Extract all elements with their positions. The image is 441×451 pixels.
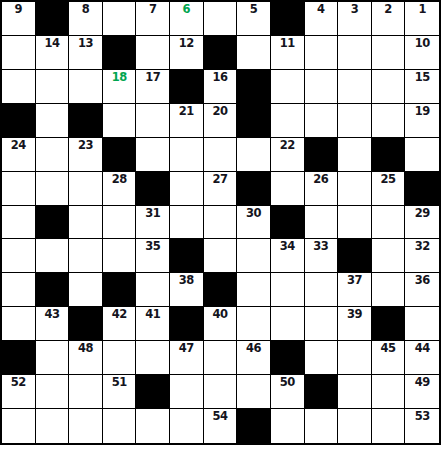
clue-number-39: 39 xyxy=(338,308,371,321)
cell-r7c1[interactable] xyxy=(2,206,36,240)
cell-r7c8[interactable]: 30 xyxy=(237,206,271,240)
cell-r10c4[interactable]: 42 xyxy=(103,307,137,341)
clue-number-11: 11 xyxy=(271,37,304,50)
clue-number-52: 52 xyxy=(2,376,35,389)
cell-r13c1[interactable] xyxy=(2,409,36,443)
cell-r8c5[interactable]: 35 xyxy=(136,239,170,273)
cell-r12c11[interactable] xyxy=(338,375,372,409)
cell-r1c5[interactable]: 7 xyxy=(136,2,170,36)
clue-number-42: 42 xyxy=(103,308,136,321)
cell-r3c8-black xyxy=(237,70,271,104)
cell-r13c9[interactable] xyxy=(271,409,305,443)
cell-r3c12[interactable] xyxy=(372,70,406,104)
cell-r5c8[interactable] xyxy=(237,138,271,172)
cell-r1c13[interactable]: 1 xyxy=(405,2,439,36)
cell-r6c6[interactable] xyxy=(170,172,204,206)
cell-r3c7[interactable]: 16 xyxy=(204,70,238,104)
cell-r7c13[interactable]: 29 xyxy=(405,206,439,240)
clue-number-13: 13 xyxy=(69,37,102,50)
cell-r7c7[interactable] xyxy=(204,206,238,240)
clue-number-32: 32 xyxy=(405,240,439,253)
cell-r9c9[interactable] xyxy=(271,273,305,307)
cell-r6c1[interactable] xyxy=(2,172,36,206)
clue-number-29: 29 xyxy=(405,207,439,220)
cell-r9c11[interactable]: 37 xyxy=(338,273,372,307)
clue-number-6: 6 xyxy=(170,3,203,16)
cell-r12c2[interactable] xyxy=(36,375,70,409)
cell-r11c10[interactable] xyxy=(305,341,339,375)
cell-r10c7[interactable]: 40 xyxy=(204,307,238,341)
cell-r7c5[interactable]: 31 xyxy=(136,206,170,240)
cell-r2c4-black xyxy=(103,36,137,70)
cell-r6c3[interactable] xyxy=(69,172,103,206)
cell-r5c4-black xyxy=(103,138,137,172)
cell-r11c5[interactable] xyxy=(136,341,170,375)
cell-r1c7[interactable] xyxy=(204,2,238,36)
clue-number-24: 24 xyxy=(2,139,35,152)
cell-r10c1[interactable] xyxy=(2,307,36,341)
cell-r8c6-black xyxy=(170,239,204,273)
cell-r2c12[interactable] xyxy=(372,36,406,70)
cell-r10c10[interactable] xyxy=(305,307,339,341)
cell-r3c10[interactable] xyxy=(305,70,339,104)
clue-number-25: 25 xyxy=(372,173,405,186)
cell-r11c3[interactable]: 48 xyxy=(69,341,103,375)
cell-r9c12[interactable] xyxy=(372,273,406,307)
cell-r5c3[interactable]: 23 xyxy=(69,138,103,172)
crossword-board: 9876543211413121110181716152120192423222… xyxy=(0,0,441,445)
clue-number-49: 49 xyxy=(405,376,439,389)
clue-number-51: 51 xyxy=(103,376,136,389)
cell-r3c3[interactable] xyxy=(69,70,103,104)
cell-r5c7[interactable] xyxy=(204,138,238,172)
clue-number-21: 21 xyxy=(170,105,203,118)
cell-r6c9[interactable] xyxy=(271,172,305,206)
cell-r8c8[interactable] xyxy=(237,239,271,273)
cell-r4c11[interactable] xyxy=(338,104,372,138)
clue-number-40: 40 xyxy=(204,308,237,321)
cell-r13c6[interactable] xyxy=(170,409,204,443)
cell-r5c5[interactable] xyxy=(136,138,170,172)
cell-r7c6[interactable] xyxy=(170,206,204,240)
cell-r13c10[interactable] xyxy=(305,409,339,443)
clue-number-7: 7 xyxy=(136,3,169,16)
clue-number-47: 47 xyxy=(170,342,203,355)
cell-r9c10[interactable] xyxy=(305,273,339,307)
cell-r12c1[interactable]: 52 xyxy=(2,375,36,409)
cell-r13c5[interactable] xyxy=(136,409,170,443)
cell-r1c12[interactable]: 2 xyxy=(372,2,406,36)
cell-r8c11-black xyxy=(338,239,372,273)
cell-r3c13[interactable]: 15 xyxy=(405,70,439,104)
cell-r5c11[interactable] xyxy=(338,138,372,172)
cell-r11c1-black xyxy=(2,341,36,375)
cell-r13c7[interactable]: 54 xyxy=(204,409,238,443)
cell-r4c7[interactable]: 20 xyxy=(204,104,238,138)
clue-number-20: 20 xyxy=(204,105,237,118)
cell-r1c2-black xyxy=(36,2,70,36)
cell-r10c6-black xyxy=(170,307,204,341)
cell-r8c12[interactable] xyxy=(372,239,406,273)
cell-r6c8-black xyxy=(237,172,271,206)
cell-r4c5[interactable] xyxy=(136,104,170,138)
cell-r6c7[interactable]: 27 xyxy=(204,172,238,206)
cell-r2c7-black xyxy=(204,36,238,70)
cell-r12c9[interactable]: 50 xyxy=(271,375,305,409)
cell-r2c2[interactable]: 14 xyxy=(36,36,70,70)
cell-r11c9-black xyxy=(271,341,305,375)
cell-r6c4[interactable]: 28 xyxy=(103,172,137,206)
cell-r6c13-black xyxy=(405,172,439,206)
cell-r13c8-black xyxy=(237,409,271,443)
cell-r11c13[interactable]: 44 xyxy=(405,341,439,375)
cell-r9c2-black xyxy=(36,273,70,307)
clue-number-35: 35 xyxy=(136,240,169,253)
cell-r3c1[interactable] xyxy=(2,70,36,104)
cell-r2c13[interactable]: 10 xyxy=(405,36,439,70)
cell-r12c10-black xyxy=(305,375,339,409)
cell-r6c5-black xyxy=(136,172,170,206)
cell-r2c5[interactable] xyxy=(136,36,170,70)
cell-r10c8[interactable] xyxy=(237,307,271,341)
clue-number-4: 4 xyxy=(305,3,338,16)
clue-number-3: 3 xyxy=(338,3,371,16)
cell-r4c3-black xyxy=(69,104,103,138)
clue-number-45: 45 xyxy=(372,342,405,355)
cell-r8c2[interactable] xyxy=(36,239,70,273)
cell-r11c8[interactable]: 46 xyxy=(237,341,271,375)
clue-number-43: 43 xyxy=(36,308,69,321)
cell-r4c9[interactable] xyxy=(271,104,305,138)
cell-r9c5[interactable] xyxy=(136,273,170,307)
cell-r7c3[interactable] xyxy=(69,206,103,240)
clue-number-2: 2 xyxy=(372,3,405,16)
cell-r12c5-black xyxy=(136,375,170,409)
cell-r1c9-black xyxy=(271,2,305,36)
cell-r2c3[interactable]: 13 xyxy=(69,36,103,70)
cell-r13c13[interactable]: 53 xyxy=(405,409,439,443)
clue-number-48: 48 xyxy=(69,342,102,355)
cell-r7c9-black xyxy=(271,206,305,240)
cell-r13c12[interactable] xyxy=(372,409,406,443)
clue-number-1: 1 xyxy=(405,3,439,16)
clue-number-12: 12 xyxy=(170,37,203,50)
cell-r8c4[interactable] xyxy=(103,239,137,273)
cell-r2c11[interactable] xyxy=(338,36,372,70)
clue-number-36: 36 xyxy=(405,274,439,287)
cell-r11c2[interactable] xyxy=(36,341,70,375)
cell-r10c11[interactable]: 39 xyxy=(338,307,372,341)
cell-r9c7-black xyxy=(204,273,238,307)
clue-number-37: 37 xyxy=(338,274,371,287)
cell-r11c11[interactable] xyxy=(338,341,372,375)
clue-number-46: 46 xyxy=(237,342,270,355)
cell-r12c4[interactable]: 51 xyxy=(103,375,137,409)
cell-r3c11[interactable] xyxy=(338,70,372,104)
clue-number-34: 34 xyxy=(271,240,304,253)
cell-r1c1[interactable]: 9 xyxy=(2,2,36,36)
cell-r10c12-black xyxy=(372,307,406,341)
cell-r10c3-black xyxy=(69,307,103,341)
cell-r7c10[interactable] xyxy=(305,206,339,240)
cell-r2c9[interactable]: 11 xyxy=(271,36,305,70)
cell-r5c6[interactable] xyxy=(170,138,204,172)
cell-r13c3[interactable] xyxy=(69,409,103,443)
cell-r1c8[interactable]: 5 xyxy=(237,2,271,36)
cell-r4c6[interactable]: 21 xyxy=(170,104,204,138)
cell-r4c12[interactable] xyxy=(372,104,406,138)
clue-number-14: 14 xyxy=(36,37,69,50)
cell-r8c10[interactable]: 33 xyxy=(305,239,339,273)
cell-r8c1[interactable] xyxy=(2,239,36,273)
clue-number-50: 50 xyxy=(271,376,304,389)
clue-number-30: 30 xyxy=(237,207,270,220)
cell-r4c10[interactable] xyxy=(305,104,339,138)
cell-r12c6[interactable] xyxy=(170,375,204,409)
cell-r12c12[interactable] xyxy=(372,375,406,409)
clue-number-22: 22 xyxy=(271,139,304,152)
cell-r8c7[interactable] xyxy=(204,239,238,273)
clue-number-23: 23 xyxy=(69,139,102,152)
cell-r10c13[interactable] xyxy=(405,307,439,341)
cell-r8c9[interactable]: 34 xyxy=(271,239,305,273)
cell-r11c4[interactable] xyxy=(103,341,137,375)
cell-r4c2[interactable] xyxy=(36,104,70,138)
clue-number-19: 19 xyxy=(405,105,439,118)
clue-number-5: 5 xyxy=(237,3,270,16)
clue-number-44: 44 xyxy=(405,342,439,355)
cell-r5c2[interactable] xyxy=(36,138,70,172)
cell-r13c4[interactable] xyxy=(103,409,137,443)
cell-r7c11[interactable] xyxy=(338,206,372,240)
cell-r4c13[interactable]: 19 xyxy=(405,104,439,138)
cell-r2c10[interactable] xyxy=(305,36,339,70)
cell-r1c11[interactable]: 3 xyxy=(338,2,372,36)
cell-r12c8[interactable] xyxy=(237,375,271,409)
clue-number-18: 18 xyxy=(103,71,136,84)
cell-r9c4-black xyxy=(103,273,137,307)
clue-number-33: 33 xyxy=(305,240,338,253)
cell-r1c10[interactable]: 4 xyxy=(305,2,339,36)
clue-number-15: 15 xyxy=(405,71,439,84)
cell-r6c2[interactable] xyxy=(36,172,70,206)
cell-r6c10[interactable]: 26 xyxy=(305,172,339,206)
cell-r1c6[interactable]: 6 xyxy=(170,2,204,36)
cell-r2c1[interactable] xyxy=(2,36,36,70)
clue-number-8: 8 xyxy=(69,3,102,16)
clue-number-10: 10 xyxy=(405,37,439,50)
cell-r12c7[interactable] xyxy=(204,375,238,409)
clue-number-54: 54 xyxy=(204,410,237,423)
cell-r12c3[interactable] xyxy=(69,375,103,409)
cell-r9c6[interactable]: 38 xyxy=(170,273,204,307)
clue-number-38: 38 xyxy=(170,274,203,287)
cell-r9c3[interactable] xyxy=(69,273,103,307)
cell-r10c5[interactable]: 41 xyxy=(136,307,170,341)
clue-number-16: 16 xyxy=(204,71,237,84)
cell-r5c12-black xyxy=(372,138,406,172)
cell-r2c8[interactable] xyxy=(237,36,271,70)
clue-number-53: 53 xyxy=(405,410,439,423)
cell-r7c4[interactable] xyxy=(103,206,137,240)
cell-r7c2-black xyxy=(36,206,70,240)
cell-r5c10-black xyxy=(305,138,339,172)
crossword-page: 9876543211413121110181716152120192423222… xyxy=(0,0,441,451)
cell-r4c4[interactable] xyxy=(103,104,137,138)
cell-r5c1[interactable]: 24 xyxy=(2,138,36,172)
cell-r2c6[interactable]: 12 xyxy=(170,36,204,70)
cell-r4c8-black xyxy=(237,104,271,138)
cell-r11c7[interactable] xyxy=(204,341,238,375)
cell-r3c2[interactable] xyxy=(36,70,70,104)
cell-r1c4[interactable] xyxy=(103,2,137,36)
clue-number-9: 9 xyxy=(2,3,35,16)
cell-r3c6-black xyxy=(170,70,204,104)
cell-r9c1[interactable] xyxy=(2,273,36,307)
cell-r8c13[interactable]: 32 xyxy=(405,239,439,273)
cell-r1c3[interactable]: 8 xyxy=(69,2,103,36)
cell-r3c9[interactable] xyxy=(271,70,305,104)
clue-number-27: 27 xyxy=(204,173,237,186)
cell-r3c4[interactable]: 18 xyxy=(103,70,137,104)
cell-r7c12[interactable] xyxy=(372,206,406,240)
cell-r4c1-black xyxy=(2,104,36,138)
cell-r9c8[interactable] xyxy=(237,273,271,307)
cell-r5c9[interactable]: 22 xyxy=(271,138,305,172)
cell-r13c11[interactable] xyxy=(338,409,372,443)
cell-r5c13[interactable] xyxy=(405,138,439,172)
clue-number-26: 26 xyxy=(305,173,338,186)
cell-r13c2[interactable] xyxy=(36,409,70,443)
cell-r3c5[interactable]: 17 xyxy=(136,70,170,104)
cell-r10c2[interactable]: 43 xyxy=(36,307,70,341)
clue-number-31: 31 xyxy=(136,207,169,220)
cell-r8c3[interactable] xyxy=(69,239,103,273)
cell-r9c13[interactable]: 36 xyxy=(405,273,439,307)
cell-r6c12[interactable]: 25 xyxy=(372,172,406,206)
clue-number-28: 28 xyxy=(103,173,136,186)
cell-r11c12[interactable]: 45 xyxy=(372,341,406,375)
clue-number-17: 17 xyxy=(136,71,169,84)
cell-r6c11[interactable] xyxy=(338,172,372,206)
cell-r10c9[interactable] xyxy=(271,307,305,341)
cell-r12c13[interactable]: 49 xyxy=(405,375,439,409)
clue-number-41: 41 xyxy=(136,308,169,321)
cell-r11c6[interactable]: 47 xyxy=(170,341,204,375)
